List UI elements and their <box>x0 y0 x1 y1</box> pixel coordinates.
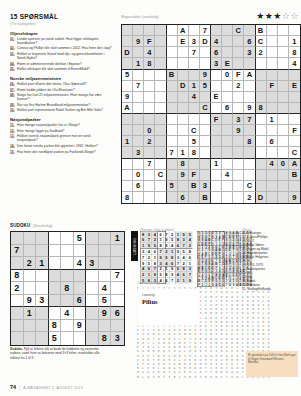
quiz-question-number: 02. <box>10 46 17 50</box>
cell-r7c9: 6 <box>111 307 124 320</box>
cell-r12c8 <box>200 147 211 158</box>
cell-r15c8: 3 <box>200 181 211 192</box>
cell-r3c16: 8 <box>289 47 300 58</box>
cell-r5c13 <box>256 70 267 81</box>
cell-r1c3 <box>144 25 155 36</box>
cell-r6c10 <box>222 81 233 92</box>
cell-r2c3 <box>36 245 49 258</box>
cell-r7c5 <box>167 92 178 103</box>
cell-r12c6: 1 <box>178 147 189 158</box>
page-footer: 74 | A-MAGASINET 2. AUGUST 2019 <box>10 384 170 396</box>
solution-sudoku9-wrap: 8346721956721958341958346723467219587219… <box>140 231 192 283</box>
cell-r16c8: B <box>200 192 211 203</box>
cell-r5c3 <box>144 70 155 81</box>
cell-r3c7: 7 <box>189 47 200 58</box>
cell-r12c3 <box>144 147 155 158</box>
cell-r4c3 <box>36 270 49 283</box>
quiz-question-text: Hvilket år fusjonerte Statoil med olje- … <box>17 52 112 60</box>
cell-r14c10: 4 <box>222 170 233 181</box>
cell-r4c4 <box>155 58 166 69</box>
cell-r7c16 <box>289 92 300 103</box>
cell-r4c9: 7 <box>111 270 124 283</box>
cell-r2c12: 6 <box>244 36 255 47</box>
cell-r9c15 <box>278 114 289 125</box>
cell-r3c12: 3 <box>244 47 255 58</box>
quiz-question-number: 13. <box>10 134 17 142</box>
cell-r15c12: C <box>244 181 255 192</box>
cell-r11c4 <box>155 136 166 147</box>
cell-r16c6: 6 <box>178 192 189 203</box>
quiz-question-number: 14. <box>10 144 17 148</box>
cell-r16c3 <box>144 192 155 203</box>
cell-r2c5 <box>167 36 178 47</box>
cell-r4c5 <box>167 58 178 69</box>
cell-r5c7 <box>189 70 200 81</box>
cell-r2c8 <box>99 245 112 258</box>
cell-r6c15 <box>278 81 289 92</box>
cell-r2c1: 7 <box>11 245 24 258</box>
cell-r11c5 <box>167 136 178 147</box>
cell-r6c16: E <box>289 81 300 92</box>
cell-r15c9 <box>211 181 222 192</box>
cell-r13c10 <box>222 159 233 170</box>
cell-r1c9: 1 <box>111 232 124 245</box>
cell-r15c5: 5 <box>167 181 178 192</box>
cell-r16c15 <box>278 192 289 203</box>
quiz-question-text: Hvilke selskaper ble slått sammen til Ex… <box>17 67 90 71</box>
cell-r11c6 <box>178 136 189 147</box>
cell-r4c9: 3 <box>211 58 222 69</box>
quiz-question-text: Hvor mange nasjonalparker har vi i Norge… <box>17 123 80 127</box>
solution-word: Pilius <box>142 298 200 306</box>
cell-r8c11 <box>233 103 244 114</box>
cell-r16c1: 8 <box>122 192 133 203</box>
cell-r15c2: 6 <box>133 181 144 192</box>
cell-r16c11 <box>233 192 244 203</box>
quiz-question: 08.Norge har hatt 21 miljøvernministre. … <box>10 93 112 101</box>
cell-r11c2 <box>133 136 144 147</box>
cell-r14c14 <box>267 170 278 181</box>
cell-r9c6 <box>178 114 189 125</box>
quiz-question: 09.Når var Gro Harlem Brundtland miljøve… <box>10 103 112 107</box>
cell-r5c1: 2 <box>11 282 24 295</box>
quiz-question-text: Den første norske parken ble opprettet i… <box>17 144 98 148</box>
cell-r10c12 <box>244 125 255 136</box>
cell-r12c12 <box>244 147 255 158</box>
cell-r8c2 <box>133 103 144 114</box>
cell-r14c7: F <box>189 170 200 181</box>
cell-r3c4 <box>49 257 62 270</box>
quiz-question-text: Hvilken svensk nasjonalpark grenser mot … <box>17 134 112 142</box>
cell-r13c1 <box>122 159 133 170</box>
cell-r5c6 <box>178 70 189 81</box>
cell-r4c14 <box>267 58 278 69</box>
cell-r10c3: 0 <box>144 125 155 136</box>
cell-r14c15 <box>278 170 289 181</box>
cell-r2c6: E <box>178 36 189 47</box>
quiz-category-heading: Norske miljøvernministre <box>10 76 112 81</box>
cell-r14c11 <box>233 170 244 181</box>
cell-r4c8 <box>200 58 211 69</box>
cell-r12c11 <box>233 147 244 158</box>
quiz-answers: 01. Stavanger.02. ConocoPhillips.03. 200… <box>242 231 300 293</box>
cell-r2c5 <box>61 245 74 258</box>
cell-r6c1 <box>11 295 24 308</box>
cell-r11c14: 6 <box>267 136 278 147</box>
cell-r6c13 <box>256 81 267 92</box>
cell-r1c4 <box>49 232 62 245</box>
quiz-question: 03.Hvilket år fusjonerte Statoil med olj… <box>10 52 112 60</box>
cell-r8c7 <box>86 320 99 333</box>
cell-r10c1 <box>122 125 133 136</box>
cell-r2c15 <box>278 36 289 47</box>
cell-r10c5 <box>167 125 178 136</box>
cell-r15c13 <box>256 181 267 192</box>
cell-r2c10 <box>222 36 233 47</box>
cell-r9c7 <box>86 332 99 345</box>
cell-r6c6: 6 <box>74 295 87 308</box>
cell-r12c9 <box>211 147 222 158</box>
cell-r7c11 <box>233 92 244 103</box>
quiz-question-number: 09. <box>10 103 17 107</box>
cell-r9c6 <box>74 332 87 345</box>
cell-r12c16: C <box>289 147 300 158</box>
cell-r14c3 <box>144 170 155 181</box>
cell-r1c5 <box>61 232 74 245</box>
quiz-question-number: 11. <box>10 123 17 127</box>
cell-r16c4 <box>155 192 166 203</box>
cell-r13c9: 1 <box>211 159 222 170</box>
megasudoku-label: Megasudoku (vanskelig) <box>121 11 231 20</box>
cell-r8c9 <box>211 103 222 114</box>
quiz-category-heading: Nasjonalparker <box>10 117 112 122</box>
wordsearch-solution-box: Løsning: Pilius <box>138 291 196 324</box>
cell-r6c9 <box>211 81 222 92</box>
cell-r9c11: 3 <box>233 114 244 125</box>
cell-r8c14 <box>267 103 278 114</box>
cell-r11c15 <box>278 136 289 147</box>
cell-r6c3: 3 <box>36 295 49 308</box>
cell-r13c5 <box>167 159 178 170</box>
cell-r10c15 <box>278 125 289 136</box>
cell-r4c3: 8 <box>144 58 155 69</box>
cell-r9c7 <box>189 114 200 125</box>
cell-r14c4: C <box>155 170 166 181</box>
cell-r11c13 <box>256 136 267 147</box>
cell-r7c15 <box>278 92 289 103</box>
cell-r6c4 <box>155 81 166 92</box>
cell-r5c14 <box>267 70 278 81</box>
sudoku-grid: 5172143872849365149689583 <box>10 231 125 346</box>
cell-r6c14: F <box>267 81 278 92</box>
cell-r4c10: E <box>222 58 233 69</box>
cell-r2c8: D <box>200 36 211 47</box>
cell-r1c8: 7 <box>200 25 211 36</box>
cell-r5c7 <box>86 282 99 295</box>
quiz-question-text: Hvilket parti tilhørte den første, Olav … <box>17 82 86 86</box>
cell-r1c9 <box>211 25 222 36</box>
cell-r14c13 <box>256 170 267 181</box>
cell-r2c14 <box>267 36 278 47</box>
cell-r5c5: 8 <box>61 282 74 295</box>
cell-r3c5 <box>167 47 178 58</box>
cell-r15c16 <box>289 181 300 192</box>
cell-r8c6: 9 <box>74 320 87 333</box>
cell-r15c6 <box>178 181 189 192</box>
cell-r10c8 <box>200 125 211 136</box>
quiz-question-text: Når var Gro Harlem Brundtland miljøvernm… <box>17 103 90 107</box>
cell-r2c6 <box>74 245 87 258</box>
cell-r16c9 <box>211 192 222 203</box>
cell-r9c8: 8 <box>99 332 112 345</box>
cell-r2c2 <box>24 245 37 258</box>
quiz-question-number: 04. <box>10 62 17 66</box>
cell-r16c14 <box>267 192 278 203</box>
cell-r6c6: D <box>178 81 189 92</box>
cell-r1c1 <box>11 232 24 245</box>
quiz-question-number: 01. <box>10 37 17 45</box>
solution-label: Løsning: <box>142 293 200 297</box>
cell-r13c13 <box>256 159 267 170</box>
cell-r6c2: 9 <box>24 295 37 308</box>
quiz-question-text: Hva heter den nordligste parken på Fastl… <box>17 149 96 153</box>
cell-r15c15 <box>278 181 289 192</box>
cell-r1c12 <box>244 25 255 36</box>
cell-r8c2 <box>24 320 37 333</box>
cell-r10c6 <box>178 125 189 136</box>
cell-r11c9 <box>211 136 222 147</box>
cell-r8c5 <box>61 320 74 333</box>
quiz-question-text: Lundin opererer på norsk sokkel. Hvor li… <box>17 37 112 45</box>
cell-r10c11: 9 <box>233 125 244 136</box>
cell-r8c3 <box>144 103 155 114</box>
quiz-question-text: Conoco og Phillips ble slått sammen i 20… <box>17 46 112 50</box>
cell-r16c10 <box>222 192 233 203</box>
cell-r8c1: A <box>122 103 133 114</box>
cell-r6c8: 5 <box>99 295 112 308</box>
cell-r8c15 <box>278 103 289 114</box>
cell-r11c10 <box>222 136 233 147</box>
quiz-question-text: Hvem hadde jobben før Ola Elvestuen? <box>17 87 75 91</box>
cell-r8c1 <box>11 320 24 333</box>
cell-r4c6 <box>178 58 189 69</box>
cell-r14c5 <box>167 170 178 181</box>
cell-r16c5 <box>167 192 178 203</box>
cell-r1c2 <box>133 25 144 36</box>
cell-r15c10 <box>222 181 233 192</box>
solution-tab: LØSNING <box>131 231 138 261</box>
cell-r16c13: D <box>256 192 267 203</box>
cell-r13c15: 0 <box>278 159 289 170</box>
cell-r2c4 <box>155 36 166 47</box>
cell-r6c8: 5 <box>200 81 211 92</box>
cell-r3c9 <box>111 257 124 270</box>
cell-r9c8 <box>200 114 211 125</box>
cell-r12c5: 7 <box>167 147 178 158</box>
footer-divider: | <box>19 385 20 390</box>
cell-r9c16 <box>289 114 300 125</box>
cell-r15c1 <box>122 181 133 192</box>
quiz-question-text: Hvor mange ligger på Svalbard? <box>17 128 64 132</box>
quiz-question-number: 15. <box>10 149 17 153</box>
cell-r12c10 <box>222 147 233 158</box>
cell-r10c9 <box>211 125 222 136</box>
cell-r2c7: 3 <box>189 36 200 47</box>
cell-r1c3 <box>36 232 49 245</box>
cell-r6c7: 1 <box>189 81 200 92</box>
cell-r16c7 <box>189 192 200 203</box>
quiz-question: 10.Hvilket parti representerte Rakel Sur… <box>10 108 112 112</box>
cell-r7c3 <box>36 307 49 320</box>
cell-r3c15 <box>278 47 289 58</box>
cell-r9c14: 1 <box>267 114 278 125</box>
cell-r9c1 <box>122 114 133 125</box>
cell-r3c8 <box>200 47 211 58</box>
difficulty-stars: ★★★☆☆ <box>219 11 299 21</box>
cell-r5c6 <box>74 282 87 295</box>
cell-r3c3: 4 <box>144 47 155 58</box>
cell-r6c3 <box>144 81 155 92</box>
cell-r5c9 <box>211 70 222 81</box>
cell-r13c8 <box>200 159 211 170</box>
cell-r1c7 <box>86 232 99 245</box>
cell-r4c1: 8 <box>11 270 24 283</box>
cell-r2c11 <box>233 36 244 47</box>
cell-r13c3: 7 <box>144 159 155 170</box>
cell-r8c10: 6 <box>222 103 233 114</box>
cell-r3c6: 4 <box>74 257 87 270</box>
cell-r3c13: 2 <box>256 47 267 58</box>
cell-r4c2: 1 <box>133 58 144 69</box>
quiz-question-text: Hvilket parti representerte Rakel Surlie… <box>17 108 103 112</box>
cell-r15c7: B <box>189 181 200 192</box>
cell-r11c8 <box>200 136 211 147</box>
cell-r13c6: 8 <box>178 159 189 170</box>
cell-r10c4 <box>155 125 166 136</box>
cell-r15c14 <box>267 181 278 192</box>
cell-r3c2: 2 <box>24 257 37 270</box>
quiz-question: 15.Hva heter den nordligste parken på Fa… <box>10 149 112 153</box>
quiz-question: 01.Lundin opererer på norsk sokkel. Hvor… <box>10 37 112 45</box>
cell-r6c5 <box>167 81 178 92</box>
cell-r5c16 <box>289 70 300 81</box>
cell-r9c2 <box>24 332 37 345</box>
cell-r9c3 <box>36 332 49 345</box>
cell-r13c16: A <box>289 159 300 170</box>
cell-r13c14: 4 <box>267 159 278 170</box>
cell-r6c5 <box>61 295 74 308</box>
cell-r5c2 <box>24 282 37 295</box>
quiz-title: 15 SPØRSMÅL <box>10 13 112 21</box>
cell-r6c12 <box>244 81 255 92</box>
cell-r15c4 <box>155 181 166 192</box>
stars-filled-icon: ★★★ <box>256 11 282 21</box>
cell-r4c2 <box>24 270 37 283</box>
cell-r8c4: 8 <box>49 320 62 333</box>
cell-r2c9: 4 <box>211 36 222 47</box>
footer-text: A-MAGASINET 2. AUGUST 2019 <box>23 386 83 390</box>
cell-r8c8: C <box>200 103 211 114</box>
quiz-subtitle: (Tre kategorier) <box>10 22 112 27</box>
cell-r8c4 <box>155 103 166 114</box>
cell-r2c2: 9 <box>133 36 144 47</box>
cell-r13c11 <box>233 159 244 170</box>
cell-r13c12 <box>244 159 255 170</box>
cell-r3c10 <box>222 47 233 58</box>
sudoku-caption: Sudoku. Fyll ut feltene slik at både de … <box>10 347 110 372</box>
cell-r4c12 <box>244 58 255 69</box>
cell-r5c11: F <box>233 70 244 81</box>
quiz-question: 13.Hvilken svensk nasjonalpark grenser m… <box>10 134 112 142</box>
cell-r4c6 <box>74 270 87 283</box>
quiz-question: 12.Hvor mange ligger på Svalbard? <box>10 128 112 132</box>
cell-r9c5 <box>167 114 178 125</box>
quiz-question: 02.Conoco og Phillips ble slått sammen i… <box>10 46 112 50</box>
cell-r9c4 <box>155 114 166 125</box>
cell-r8c12: 9 <box>244 103 255 114</box>
cell-r1c10 <box>222 25 233 36</box>
cell-r16c2 <box>133 192 144 203</box>
cell-r1c5 <box>167 25 178 36</box>
cell-r11c11 <box>233 136 244 147</box>
cell-r1c13: B <box>256 25 267 36</box>
cell-r13c4 <box>155 159 166 170</box>
cell-r6c11: 2 <box>233 81 244 92</box>
quiz-question-number: 05. <box>10 67 17 71</box>
cell-r1c14 <box>267 25 278 36</box>
cell-r11c3: 2 <box>144 136 155 147</box>
cell-r4c7 <box>189 58 200 69</box>
cell-r4c5 <box>61 270 74 283</box>
cell-r10c14 <box>267 125 278 136</box>
cell-r16c12: 2 <box>244 192 255 203</box>
cell-r3c1 <box>11 257 24 270</box>
cell-r6c1 <box>122 81 133 92</box>
prize-box: Et gavekort på 500 kr hos Norli går til … <box>246 351 298 377</box>
cell-r7c1 <box>11 307 24 320</box>
cell-r10c16: F <box>289 125 300 136</box>
cell-r11c12: 8 <box>244 136 255 147</box>
cell-r7c4 <box>155 92 166 103</box>
cell-r5c1: 5 <box>122 70 133 81</box>
cell-r5c8: 4 <box>99 282 112 295</box>
quiz-categories: Oljeselskaper01.Lundin opererer på norsk… <box>10 31 112 154</box>
cell-r7c7: 4 <box>189 92 200 103</box>
cell-r7c14 <box>267 92 278 103</box>
cell-r9c9: F <box>211 114 222 125</box>
magazine-puzzle-page: 15 SPØRSMÅL (Tre kategorier) Oljeselskap… <box>0 0 301 396</box>
cell-r14c1 <box>122 170 133 181</box>
cell-r8c3 <box>36 320 49 333</box>
cell-r14c9 <box>211 170 222 181</box>
quiz-question-number: 12. <box>10 128 17 132</box>
cell-r14c12 <box>244 170 255 181</box>
cell-r9c4: 5 <box>49 332 62 345</box>
page-number: 74 <box>10 384 16 390</box>
quiz-question: 04.Hvem er administrerende direktør i Eq… <box>10 62 112 66</box>
cell-r12c7: 8 <box>189 147 200 158</box>
cell-r9c1 <box>11 332 24 345</box>
cell-r8c5 <box>167 103 178 114</box>
cell-r13c2 <box>133 159 144 170</box>
cell-r9c2 <box>133 114 144 125</box>
cell-r10c10 <box>222 125 233 136</box>
cell-r2c9 <box>111 245 124 258</box>
cell-r8c6 <box>178 103 189 114</box>
cell-r15c3 <box>144 181 155 192</box>
cell-r9c9: 3 <box>111 332 124 345</box>
quiz-category-heading: Oljeselskaper <box>10 31 112 36</box>
